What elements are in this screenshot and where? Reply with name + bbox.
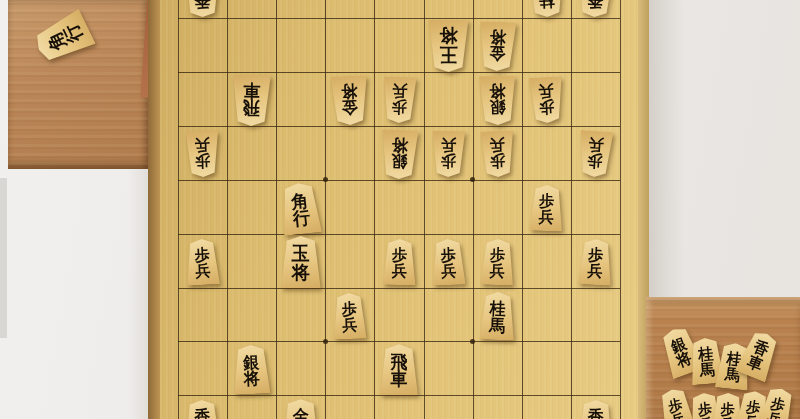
piece-kanji: 香 [587, 408, 604, 419]
piece-kanji: 金 [293, 408, 309, 419]
shogi-piece-p-gote[interactable]: 歩兵 [479, 131, 516, 177]
shogi-piece-s-sente[interactable]: 銀将 [231, 345, 272, 394]
piece-kanji: 兵 [743, 413, 759, 419]
piece-kanji: 王 [439, 44, 457, 63]
piece-kanji: 兵 [669, 410, 686, 419]
piece-kanji: 兵 [489, 263, 505, 280]
shogi-piece-g-gote[interactable]: 金将 [329, 76, 370, 125]
shogi-piece-b-sente[interactable]: 角行 [279, 183, 322, 234]
star-point [323, 177, 328, 182]
grid-line-horizontal [178, 234, 620, 235]
shogi-piece-l-gote[interactable]: 香車 [183, 0, 222, 17]
piece-kanji: 兵 [194, 137, 210, 154]
piece-kanji: 車 [391, 371, 408, 389]
piece-kanji: 兵 [392, 83, 408, 100]
star-point [470, 177, 475, 182]
shogi-piece-s-gote[interactable]: 銀将 [379, 130, 420, 179]
shogi-piece-l-gote[interactable]: 香車 [576, 0, 615, 17]
piece-kanji: 兵 [588, 137, 604, 154]
piece-kanji: 香 [194, 408, 211, 419]
piece-kanji: 香 [587, 0, 604, 8]
shogi-piece-p-sente[interactable]: 歩兵 [331, 293, 368, 339]
shogi-piece-l-sente[interactable]: 香車 [576, 400, 615, 419]
piece-kanji: 兵 [719, 415, 734, 419]
piece-kanji: 車 [745, 353, 765, 374]
grid-line-horizontal [178, 180, 620, 181]
grid-line-horizontal [178, 288, 620, 289]
piece-kanji: 兵 [538, 83, 554, 100]
grid-line-horizontal [178, 126, 620, 127]
piece-kanji: 将 [244, 371, 261, 389]
piece-kanji: 香 [195, 0, 211, 8]
piece-kanji: 将 [341, 82, 358, 100]
grid-line-vertical [227, 0, 228, 419]
piece-kanji: 将 [439, 26, 457, 45]
piece-kanji: 歩 [720, 401, 735, 416]
shogi-piece-b-sente[interactable]: 角行 [41, 11, 85, 65]
piece-kanji: 将 [292, 263, 310, 282]
grid-line-horizontal [178, 341, 620, 342]
piece-kanji: 兵 [538, 209, 554, 226]
shogi-piece-p-sente[interactable]: 歩兵 [528, 185, 565, 231]
shogi-piece-p-gote[interactable]: 歩兵 [184, 131, 221, 177]
board-layer: 香車桂馬香車王将金将飛車金将歩兵銀将歩兵歩兵銀将歩兵歩兵歩兵角行歩兵歩兵玉将歩兵… [0, 0, 800, 419]
grid-line-horizontal [178, 395, 620, 396]
shogi-piece-k-sente[interactable]: 玉将 [278, 236, 323, 288]
piece-kanji: 兵 [489, 137, 505, 154]
scene: 香車桂馬香車王将金将飛車金将歩兵銀将歩兵歩兵銀将歩兵歩兵歩兵角行歩兵歩兵玉将歩兵… [0, 0, 800, 419]
shogi-piece-p-gote[interactable]: 歩兵 [381, 77, 418, 123]
piece-kanji: 行 [60, 21, 85, 46]
shogi-piece-g-sente[interactable]: 金将 [280, 399, 321, 419]
piece-kanji: 歩 [440, 152, 455, 168]
shogi-piece-p-gote[interactable]: 歩兵 [528, 77, 565, 123]
shogi-piece-p-sente[interactable]: 歩兵 [479, 239, 516, 285]
grid-line-vertical [325, 0, 326, 419]
piece-kanji: 兵 [195, 263, 211, 280]
shogi-piece-l-sente[interactable]: 香車 [740, 332, 777, 378]
piece-kanji: 将 [489, 82, 505, 99]
shogi-piece-p-gote[interactable]: 歩兵 [577, 131, 614, 177]
piece-kanji: 馬 [699, 361, 715, 378]
shogi-piece-g-gote[interactable]: 金将 [477, 22, 518, 71]
grid-line-vertical [276, 0, 277, 419]
piece-kanji: 行 [292, 208, 311, 228]
shogi-piece-p-sente[interactable]: 歩兵 [759, 388, 794, 419]
shogi-piece-n-sente[interactable]: 桂馬 [478, 292, 517, 340]
piece-kanji: 馬 [489, 317, 506, 335]
piece-kanji: 桂 [538, 0, 555, 8]
grid-line-horizontal [178, 18, 620, 19]
piece-kanji: 兵 [391, 263, 406, 279]
piece-kanji: 兵 [342, 317, 358, 334]
grid-line-vertical [374, 0, 375, 419]
star-point [323, 339, 328, 344]
grid-line-vertical [522, 0, 523, 419]
piece-kanji: 兵 [441, 263, 457, 280]
shogi-piece-r-sente[interactable]: 飛車 [378, 344, 421, 395]
piece-kanji: 将 [391, 136, 408, 154]
grid-line-vertical [178, 0, 179, 419]
shogi-piece-p-sente[interactable]: 歩兵 [577, 239, 614, 285]
shogi-piece-p-sente[interactable]: 歩兵 [381, 239, 418, 285]
grid-line-horizontal [178, 72, 620, 73]
piece-kanji: 兵 [441, 137, 456, 153]
shogi-piece-k-gote[interactable]: 王将 [426, 20, 471, 72]
shogi-piece-p-sente[interactable]: 歩兵 [430, 239, 467, 285]
shogi-piece-r-gote[interactable]: 飛車 [230, 75, 273, 126]
shogi-piece-l-sente[interactable]: 香車 [183, 400, 222, 419]
grid-line-vertical [571, 0, 572, 419]
piece-kanji: 将 [489, 28, 506, 46]
shogi-piece-p-gote[interactable]: 歩兵 [430, 131, 467, 177]
star-point [470, 339, 475, 344]
grid-line-vertical [424, 0, 425, 419]
piece-kanji: 兵 [587, 263, 603, 280]
grid-line-vertical [620, 0, 621, 419]
grid-line-vertical [473, 0, 474, 419]
shogi-piece-p-sente[interactable]: 歩兵 [184, 239, 221, 285]
piece-kanji: 車 [243, 81, 260, 99]
shogi-piece-s-gote[interactable]: 銀将 [477, 76, 518, 125]
shogi-piece-n-gote[interactable]: 桂馬 [527, 0, 566, 17]
